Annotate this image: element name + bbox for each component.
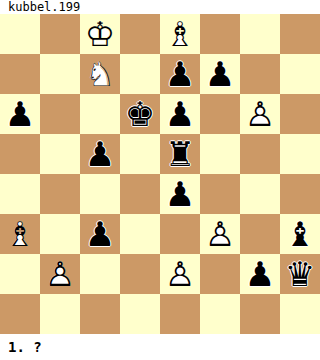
square-f7[interactable]: ♟ — [200, 54, 240, 94]
square-b6[interactable] — [40, 94, 80, 134]
square-h3[interactable]: ♝ — [280, 214, 320, 254]
square-a8[interactable] — [0, 14, 40, 54]
black-pawn[interactable]: ♟ — [80, 214, 120, 254]
black-pawn[interactable]: ♟ — [200, 54, 240, 94]
square-g8[interactable] — [240, 14, 280, 54]
square-d4[interactable] — [120, 174, 160, 214]
black-pawn[interactable]: ♟ — [0, 94, 40, 134]
square-d6[interactable]: ♚ — [120, 94, 160, 134]
chess-board: ♚♔♝♗♞♘♟♟♟♚♟♟♙♟♜♟♝♗♟♟♙♝♟♙♟♙♟♛ — [0, 14, 320, 334]
piece-outline: ♔ — [80, 14, 120, 54]
square-d5[interactable] — [120, 134, 160, 174]
square-b2[interactable]: ♟♙ — [40, 254, 80, 294]
square-e5[interactable]: ♜ — [160, 134, 200, 174]
piece-outline: ♙ — [200, 214, 240, 254]
square-f6[interactable] — [200, 94, 240, 134]
square-f2[interactable] — [200, 254, 240, 294]
black-king[interactable]: ♚ — [120, 94, 160, 134]
black-pawn[interactable]: ♟ — [160, 174, 200, 214]
white-knight[interactable]: ♞♘ — [80, 54, 120, 94]
square-c3[interactable]: ♟ — [80, 214, 120, 254]
piece-outline: ♙ — [240, 94, 280, 134]
square-c5[interactable]: ♟ — [80, 134, 120, 174]
square-g1[interactable] — [240, 294, 280, 334]
square-c1[interactable] — [80, 294, 120, 334]
piece-outline: ♙ — [40, 254, 80, 294]
piece-outline: ♗ — [160, 14, 200, 54]
black-rook[interactable]: ♜ — [160, 134, 200, 174]
black-pawn[interactable]: ♟ — [160, 94, 200, 134]
square-f1[interactable] — [200, 294, 240, 334]
square-h4[interactable] — [280, 174, 320, 214]
square-g2[interactable]: ♟ — [240, 254, 280, 294]
black-pawn[interactable]: ♟ — [160, 54, 200, 94]
square-h5[interactable] — [280, 134, 320, 174]
square-d1[interactable] — [120, 294, 160, 334]
square-c7[interactable]: ♞♘ — [80, 54, 120, 94]
square-e7[interactable]: ♟ — [160, 54, 200, 94]
square-a6[interactable]: ♟ — [0, 94, 40, 134]
square-d2[interactable] — [120, 254, 160, 294]
black-pawn[interactable]: ♟ — [240, 254, 280, 294]
white-pawn[interactable]: ♟♙ — [160, 254, 200, 294]
square-e8[interactable]: ♝♗ — [160, 14, 200, 54]
square-f8[interactable] — [200, 14, 240, 54]
square-e3[interactable] — [160, 214, 200, 254]
square-c8[interactable]: ♚♔ — [80, 14, 120, 54]
square-h2[interactable]: ♛ — [280, 254, 320, 294]
square-b8[interactable] — [40, 14, 80, 54]
square-a7[interactable] — [0, 54, 40, 94]
square-d8[interactable] — [120, 14, 160, 54]
square-c6[interactable] — [80, 94, 120, 134]
square-b4[interactable] — [40, 174, 80, 214]
square-g3[interactable] — [240, 214, 280, 254]
square-a2[interactable] — [0, 254, 40, 294]
black-queen[interactable]: ♛ — [280, 254, 320, 294]
square-a1[interactable] — [0, 294, 40, 334]
white-pawn[interactable]: ♟♙ — [200, 214, 240, 254]
square-g6[interactable]: ♟♙ — [240, 94, 280, 134]
white-pawn[interactable]: ♟♙ — [240, 94, 280, 134]
square-g7[interactable] — [240, 54, 280, 94]
square-d7[interactable] — [120, 54, 160, 94]
study-title: kubbel.199 — [0, 0, 320, 14]
square-b3[interactable] — [40, 214, 80, 254]
square-a4[interactable] — [0, 174, 40, 214]
square-a5[interactable] — [0, 134, 40, 174]
square-h6[interactable] — [280, 94, 320, 134]
square-e6[interactable]: ♟ — [160, 94, 200, 134]
square-b1[interactable] — [40, 294, 80, 334]
square-e4[interactable]: ♟ — [160, 174, 200, 214]
square-f3[interactable]: ♟♙ — [200, 214, 240, 254]
square-a3[interactable]: ♝♗ — [0, 214, 40, 254]
square-h8[interactable] — [280, 14, 320, 54]
square-b5[interactable] — [40, 134, 80, 174]
square-h7[interactable] — [280, 54, 320, 94]
black-bishop[interactable]: ♝ — [280, 214, 320, 254]
piece-outline: ♙ — [160, 254, 200, 294]
square-b7[interactable] — [40, 54, 80, 94]
white-bishop[interactable]: ♝♗ — [0, 214, 40, 254]
white-king[interactable]: ♚♔ — [80, 14, 120, 54]
white-bishop[interactable]: ♝♗ — [160, 14, 200, 54]
square-e1[interactable] — [160, 294, 200, 334]
piece-outline: ♗ — [0, 214, 40, 254]
square-c4[interactable] — [80, 174, 120, 214]
square-h1[interactable] — [280, 294, 320, 334]
white-pawn[interactable]: ♟♙ — [40, 254, 80, 294]
square-g4[interactable] — [240, 174, 280, 214]
square-d3[interactable] — [120, 214, 160, 254]
square-c2[interactable] — [80, 254, 120, 294]
square-e2[interactable]: ♟♙ — [160, 254, 200, 294]
piece-outline: ♘ — [80, 54, 120, 94]
square-f5[interactable] — [200, 134, 240, 174]
move-prompt: 1. ? — [0, 334, 320, 360]
square-f4[interactable] — [200, 174, 240, 214]
square-g5[interactable] — [240, 134, 280, 174]
black-pawn[interactable]: ♟ — [80, 134, 120, 174]
